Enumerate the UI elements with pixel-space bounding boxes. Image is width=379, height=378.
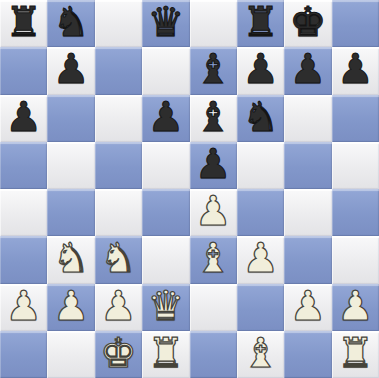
piece-white-rook-h1[interactable]: ♜: [337, 333, 374, 374]
square-b6[interactable]: [47, 95, 94, 142]
piece-white-pawn-a2[interactable]: ♟: [5, 286, 42, 327]
piece-white-bishop-f1[interactable]: ♝: [242, 333, 279, 374]
square-g5[interactable]: [284, 142, 331, 189]
square-f8[interactable]: ♜: [237, 0, 284, 47]
square-g8[interactable]: ♚: [284, 0, 331, 47]
square-g3[interactable]: [284, 236, 331, 283]
piece-white-king-c1[interactable]: ♚: [100, 333, 137, 374]
piece-white-pawn-f3[interactable]: ♟: [242, 238, 279, 279]
square-g1[interactable]: [284, 331, 331, 378]
square-e3[interactable]: ♝: [190, 236, 237, 283]
square-a6[interactable]: ♟: [0, 95, 47, 142]
piece-black-rook-f8[interactable]: ♜: [242, 2, 279, 43]
square-b1[interactable]: [47, 331, 94, 378]
piece-white-pawn-c2[interactable]: ♟: [100, 286, 137, 327]
square-b2[interactable]: ♟: [47, 284, 94, 331]
square-a3[interactable]: [0, 236, 47, 283]
square-e6[interactable]: ♝: [190, 95, 237, 142]
square-d6[interactable]: ♟: [142, 95, 189, 142]
square-f6[interactable]: ♞: [237, 95, 284, 142]
piece-white-knight-c3[interactable]: ♞: [100, 238, 137, 279]
piece-black-king-g8[interactable]: ♚: [290, 2, 327, 43]
square-c8[interactable]: [95, 0, 142, 47]
square-c5[interactable]: [95, 142, 142, 189]
chess-board: ♜♞♛♜♚♟♝♟♟♟♟♟♝♞♟♟♞♞♝♟♟♟♟♛♟♟♚♜♝♜: [0, 0, 379, 378]
piece-white-pawn-g2[interactable]: ♟: [290, 286, 327, 327]
piece-white-pawn-b2[interactable]: ♟: [53, 286, 90, 327]
square-a8[interactable]: ♜: [0, 0, 47, 47]
square-d5[interactable]: [142, 142, 189, 189]
square-e4[interactable]: ♟: [190, 189, 237, 236]
square-f3[interactable]: ♟: [237, 236, 284, 283]
chess-board-container: ♜♞♛♜♚♟♝♟♟♟♟♟♝♞♟♟♞♞♝♟♟♟♟♛♟♟♚♜♝♜: [0, 0, 379, 378]
square-c6[interactable]: [95, 95, 142, 142]
piece-white-rook-d1[interactable]: ♜: [147, 333, 184, 374]
square-c2[interactable]: ♟: [95, 284, 142, 331]
piece-white-pawn-e4[interactable]: ♟: [195, 191, 232, 232]
piece-black-bishop-e7[interactable]: ♝: [195, 49, 232, 90]
square-h2[interactable]: ♟: [332, 284, 379, 331]
square-b7[interactable]: ♟: [47, 47, 94, 94]
square-h8[interactable]: [332, 0, 379, 47]
piece-black-pawn-f7[interactable]: ♟: [242, 49, 279, 90]
piece-black-pawn-d6[interactable]: ♟: [147, 97, 184, 138]
piece-black-pawn-h7[interactable]: ♟: [337, 49, 374, 90]
square-d1[interactable]: ♜: [142, 331, 189, 378]
square-h7[interactable]: ♟: [332, 47, 379, 94]
piece-white-knight-b3[interactable]: ♞: [53, 238, 90, 279]
square-f4[interactable]: [237, 189, 284, 236]
square-c1[interactable]: ♚: [95, 331, 142, 378]
square-d3[interactable]: [142, 236, 189, 283]
piece-white-pawn-h2[interactable]: ♟: [337, 286, 374, 327]
square-d7[interactable]: [142, 47, 189, 94]
piece-black-queen-d8[interactable]: ♛: [147, 2, 184, 43]
piece-black-knight-f6[interactable]: ♞: [242, 97, 279, 138]
square-b5[interactable]: [47, 142, 94, 189]
square-c3[interactable]: ♞: [95, 236, 142, 283]
piece-white-bishop-e3[interactable]: ♝: [195, 238, 232, 279]
piece-white-queen-d2[interactable]: ♛: [147, 286, 184, 327]
square-c7[interactable]: [95, 47, 142, 94]
square-b4[interactable]: [47, 189, 94, 236]
piece-black-pawn-b7[interactable]: ♟: [53, 49, 90, 90]
square-f1[interactable]: ♝: [237, 331, 284, 378]
piece-black-pawn-g7[interactable]: ♟: [290, 49, 327, 90]
piece-black-pawn-e5[interactable]: ♟: [195, 144, 232, 185]
square-b3[interactable]: ♞: [47, 236, 94, 283]
square-d4[interactable]: [142, 189, 189, 236]
square-a2[interactable]: ♟: [0, 284, 47, 331]
square-g4[interactable]: [284, 189, 331, 236]
square-f7[interactable]: ♟: [237, 47, 284, 94]
square-f2[interactable]: [237, 284, 284, 331]
square-h4[interactable]: [332, 189, 379, 236]
square-e7[interactable]: ♝: [190, 47, 237, 94]
piece-black-bishop-e6[interactable]: ♝: [195, 97, 232, 138]
square-e2[interactable]: [190, 284, 237, 331]
square-f5[interactable]: [237, 142, 284, 189]
square-c4[interactable]: [95, 189, 142, 236]
square-h5[interactable]: [332, 142, 379, 189]
square-a7[interactable]: [0, 47, 47, 94]
piece-black-pawn-a6[interactable]: ♟: [5, 97, 42, 138]
square-h1[interactable]: ♜: [332, 331, 379, 378]
square-e1[interactable]: [190, 331, 237, 378]
square-e8[interactable]: [190, 0, 237, 47]
square-d2[interactable]: ♛: [142, 284, 189, 331]
square-g7[interactable]: ♟: [284, 47, 331, 94]
square-g2[interactable]: ♟: [284, 284, 331, 331]
square-b8[interactable]: ♞: [47, 0, 94, 47]
piece-black-knight-b8[interactable]: ♞: [53, 2, 90, 43]
square-a4[interactable]: [0, 189, 47, 236]
square-e5[interactable]: ♟: [190, 142, 237, 189]
square-d8[interactable]: ♛: [142, 0, 189, 47]
square-h6[interactable]: [332, 95, 379, 142]
square-a5[interactable]: [0, 142, 47, 189]
square-g6[interactable]: [284, 95, 331, 142]
square-a1[interactable]: [0, 331, 47, 378]
square-h3[interactable]: [332, 236, 379, 283]
piece-black-rook-a8[interactable]: ♜: [5, 2, 42, 43]
